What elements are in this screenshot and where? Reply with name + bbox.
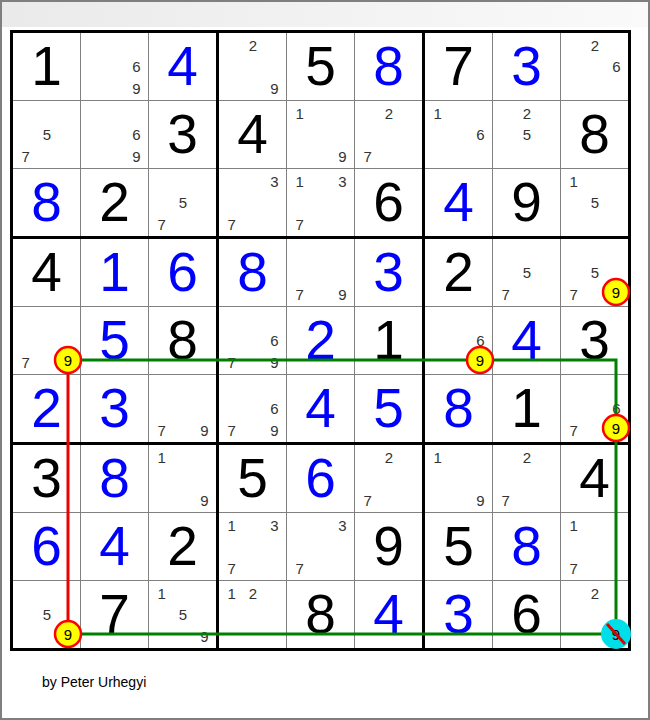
candidate-7: 7 <box>495 490 516 511</box>
candidate-1: 1 <box>221 583 242 604</box>
candidate-6: 6 <box>606 398 627 419</box>
cell-candidates: 26 <box>561 33 628 100</box>
cell-r8c1[interactable]: 6 <box>13 513 80 580</box>
cell-r3c5[interactable]: 137 <box>287 169 354 236</box>
given-value: 5 <box>287 33 354 100</box>
candidate-9: 9 <box>470 490 491 511</box>
candidate-3: 3 <box>332 171 353 192</box>
given-value: 2 <box>425 239 492 306</box>
candidate-7: 7 <box>495 284 516 305</box>
candidate-1: 1 <box>563 515 584 536</box>
cell-r7c3[interactable]: 19 <box>149 445 216 512</box>
cell-candidates: 137 <box>219 513 286 580</box>
cell-r1c7[interactable]: 7 <box>425 33 492 100</box>
cell-candidates: 57 <box>493 239 560 306</box>
candidate-5: 5 <box>516 262 537 283</box>
cell-r5c4[interactable]: 679 <box>219 307 286 374</box>
given-value: 9 <box>493 169 560 236</box>
cell-r8c2[interactable]: 4 <box>81 513 148 580</box>
candidate-6: 6 <box>126 124 147 145</box>
candidate-9: 9 <box>606 420 627 441</box>
candidate-3: 3 <box>264 171 285 192</box>
cell-r9c2[interactable]: 7 <box>81 581 148 648</box>
candidate-7: 7 <box>289 558 310 579</box>
cell-r1c8[interactable]: 3 <box>493 33 560 100</box>
candidate-2: 2 <box>378 103 399 124</box>
cell-r4c2[interactable]: 1 <box>81 239 148 306</box>
candidate-5: 5 <box>172 192 193 213</box>
cell-r5c8[interactable]: 4 <box>493 307 560 374</box>
cell-candidates: 17 <box>561 513 628 580</box>
candidate-7: 7 <box>151 214 172 235</box>
cell-candidates: 27 <box>355 101 422 168</box>
cell-r2c4[interactable]: 4 <box>219 101 286 168</box>
candidate-3: 3 <box>264 515 285 536</box>
cell-r9c4[interactable]: 12 <box>219 581 286 648</box>
cell-r5c1[interactable]: 79 <box>13 307 80 374</box>
candidate-9: 9 <box>606 284 627 305</box>
solved-value: 3 <box>81 375 148 442</box>
cell-candidates: 29 <box>219 33 286 100</box>
candidate-1: 1 <box>427 447 448 468</box>
candidate-9: 9 <box>332 146 353 167</box>
cell-candidates: 69 <box>425 307 492 374</box>
cell-r2c1[interactable]: 57 <box>13 101 80 168</box>
given-value: 1 <box>13 33 80 100</box>
candidate-1: 1 <box>289 171 310 192</box>
candidate-7: 7 <box>563 558 584 579</box>
candidate-7: 7 <box>15 146 36 167</box>
cell-candidates: 679 <box>561 375 628 442</box>
cell-r9c7[interactable]: 3 <box>425 581 492 648</box>
solved-value: 3 <box>425 581 492 648</box>
cell-r3c2[interactable]: 2 <box>81 169 148 236</box>
cell-r9c3[interactable]: 159 <box>149 581 216 648</box>
solved-value: 1 <box>81 239 148 306</box>
candidate-5: 5 <box>516 124 537 145</box>
cell-r5c7[interactable]: 69 <box>425 307 492 374</box>
cell-candidates: 159 <box>149 581 216 648</box>
given-value: 9 <box>355 513 422 580</box>
cell-r8c8[interactable]: 8 <box>493 513 560 580</box>
solved-value: 4 <box>355 581 422 648</box>
candidate-1: 1 <box>289 103 310 124</box>
cell-r3c7[interactable]: 4 <box>425 169 492 236</box>
candidate-6: 6 <box>470 124 491 145</box>
cell-r1c1[interactable]: 1 <box>13 33 80 100</box>
candidate-2: 2 <box>516 447 537 468</box>
given-value: 6 <box>493 581 560 648</box>
cell-r1c5[interactable]: 5 <box>287 33 354 100</box>
solved-value: 4 <box>287 375 354 442</box>
box-divider-horizontal <box>13 442 628 445</box>
given-value: 7 <box>425 33 492 100</box>
cell-candidates: 25 <box>493 101 560 168</box>
candidate-6: 6 <box>126 56 147 77</box>
cell-r4c5[interactable]: 79 <box>287 239 354 306</box>
title-bar <box>2 2 648 27</box>
given-value: 7 <box>81 581 148 648</box>
candidate-6: 6 <box>470 330 491 351</box>
candidate-5: 5 <box>584 262 605 283</box>
cell-r6c7[interactable]: 8 <box>425 375 492 442</box>
cell-r3c3[interactable]: 57 <box>149 169 216 236</box>
box-divider-vertical <box>216 33 219 648</box>
candidate-9: 9 <box>58 626 79 647</box>
cell-r2c8[interactable]: 25 <box>493 101 560 168</box>
cell-r3c4[interactable]: 37 <box>219 169 286 236</box>
cell-r1c6[interactable]: 8 <box>355 33 422 100</box>
cell-r8c3[interactable]: 2 <box>149 513 216 580</box>
given-value: 4 <box>13 239 80 306</box>
candidate-9: 9 <box>264 420 285 441</box>
candidate-3: 3 <box>332 515 353 536</box>
cell-r6c6[interactable]: 5 <box>355 375 422 442</box>
cell-r4c9[interactable]: 579 <box>561 239 628 306</box>
cell-candidates: 37 <box>219 169 286 236</box>
solved-value: 4 <box>149 33 216 100</box>
cell-r4c7[interactable]: 2 <box>425 239 492 306</box>
cell-r2c6[interactable]: 27 <box>355 101 422 168</box>
candidate-1: 1 <box>563 171 584 192</box>
solved-value: 5 <box>81 307 148 374</box>
cell-candidates: 69 <box>81 33 148 100</box>
cell-r9c8[interactable]: 6 <box>493 581 560 648</box>
candidate-2: 2 <box>378 447 399 468</box>
cell-r7c4[interactable]: 5 <box>219 445 286 512</box>
candidate-9: 9 <box>194 626 215 647</box>
cell-candidates: 57 <box>149 169 216 236</box>
solved-value: 2 <box>13 375 80 442</box>
given-value: 3 <box>149 101 216 168</box>
cell-candidates: 679 <box>219 307 286 374</box>
cell-r1c2[interactable]: 69 <box>81 33 148 100</box>
cell-r8c9[interactable]: 17 <box>561 513 628 580</box>
candidate-7: 7 <box>563 420 584 441</box>
candidate-9: 9 <box>264 352 285 373</box>
cell-r6c2[interactable]: 3 <box>81 375 148 442</box>
cell-r5c3[interactable]: 8 <box>149 307 216 374</box>
given-value: 2 <box>81 169 148 236</box>
candidate-9: 9 <box>126 78 147 99</box>
candidate-9: 9 <box>126 146 147 167</box>
candidate-7: 7 <box>221 352 242 373</box>
solved-value: 8 <box>219 239 286 306</box>
cell-candidates: 19 <box>425 445 492 512</box>
candidate-7: 7 <box>151 420 172 441</box>
candidate-2: 2 <box>242 583 263 604</box>
cell-candidates: 79 <box>287 239 354 306</box>
solved-value: 8 <box>425 375 492 442</box>
cell-candidates: 59 <box>13 581 80 648</box>
solved-value: 8 <box>355 33 422 100</box>
solved-value: 5 <box>355 375 422 442</box>
candidate-1: 1 <box>427 103 448 124</box>
solved-value: 2 <box>287 307 354 374</box>
cell-r6c3[interactable]: 79 <box>149 375 216 442</box>
cell-candidates: 15 <box>561 169 628 236</box>
candidate-9: 9 <box>264 78 285 99</box>
cell-r6c4[interactable]: 679 <box>219 375 286 442</box>
cell-candidates: 16 <box>425 101 492 168</box>
candidate-9: 9 <box>194 490 215 511</box>
candidate-7: 7 <box>357 146 378 167</box>
candidate-9: 9 <box>606 626 627 647</box>
cell-r5c5[interactable]: 2 <box>287 307 354 374</box>
author-credit: by Peter Urhegyi <box>42 674 146 690</box>
candidate-5: 5 <box>36 604 57 625</box>
candidate-2: 2 <box>516 103 537 124</box>
candidate-7: 7 <box>357 490 378 511</box>
solved-value: 6 <box>287 445 354 512</box>
cell-candidates: 79 <box>13 307 80 374</box>
box-divider-horizontal <box>13 236 628 239</box>
solved-value: 3 <box>355 239 422 306</box>
given-value: 3 <box>561 307 628 374</box>
cell-candidates: 679 <box>219 375 286 442</box>
cell-r3c9[interactable]: 15 <box>561 169 628 236</box>
cell-r9c6[interactable]: 4 <box>355 581 422 648</box>
candidate-9: 9 <box>194 420 215 441</box>
cell-r4c8[interactable]: 57 <box>493 239 560 306</box>
given-value: 5 <box>219 445 286 512</box>
given-value: 8 <box>561 101 628 168</box>
sudoku-app-window: 1694295873265769341927162588257371376491… <box>0 0 650 720</box>
candidate-1: 1 <box>151 583 172 604</box>
solved-value: 4 <box>493 307 560 374</box>
solved-value: 8 <box>13 169 80 236</box>
given-value: 6 <box>355 169 422 236</box>
candidate-2: 2 <box>242 35 263 56</box>
given-value: 3 <box>13 445 80 512</box>
cell-r3c6[interactable]: 6 <box>355 169 422 236</box>
candidate-7: 7 <box>289 284 310 305</box>
candidate-9: 9 <box>470 352 491 373</box>
candidate-7: 7 <box>563 284 584 305</box>
candidate-9: 9 <box>58 352 79 373</box>
cell-r6c8[interactable]: 1 <box>493 375 560 442</box>
cell-candidates: 79 <box>149 375 216 442</box>
candidate-7: 7 <box>221 558 242 579</box>
given-value: 5 <box>425 513 492 580</box>
cell-r5c9[interactable]: 3 <box>561 307 628 374</box>
cell-r4c6[interactable]: 3 <box>355 239 422 306</box>
candidate-1: 1 <box>221 515 242 536</box>
cell-r7c1[interactable]: 3 <box>13 445 80 512</box>
cell-r1c3[interactable]: 4 <box>149 33 216 100</box>
cell-r7c5[interactable]: 6 <box>287 445 354 512</box>
cell-candidates: 19 <box>149 445 216 512</box>
solved-value: 8 <box>81 445 148 512</box>
given-value: 1 <box>493 375 560 442</box>
cell-r6c1[interactable]: 2 <box>13 375 80 442</box>
candidate-5: 5 <box>584 192 605 213</box>
given-value: 8 <box>149 307 216 374</box>
cell-candidates: 57 <box>13 101 80 168</box>
cell-r3c1[interactable]: 8 <box>13 169 80 236</box>
cell-r8c4[interactable]: 137 <box>219 513 286 580</box>
cell-candidates: 137 <box>287 169 354 236</box>
cell-candidates: 19 <box>287 101 354 168</box>
cell-r2c9[interactable]: 8 <box>561 101 628 168</box>
candidate-6: 6 <box>264 398 285 419</box>
cell-candidates: 27 <box>355 445 422 512</box>
cell-r6c5[interactable]: 4 <box>287 375 354 442</box>
given-value: 4 <box>561 445 628 512</box>
cell-r9c1[interactable]: 59 <box>13 581 80 648</box>
cell-r1c4[interactable]: 29 <box>219 33 286 100</box>
cell-r4c1[interactable]: 4 <box>13 239 80 306</box>
sudoku-board: 1694295873265769341927162588257371376491… <box>10 30 631 651</box>
cell-candidates: 29 <box>561 581 628 648</box>
cell-r5c6[interactable]: 1 <box>355 307 422 374</box>
cell-r8c5[interactable]: 37 <box>287 513 354 580</box>
cell-r2c5[interactable]: 19 <box>287 101 354 168</box>
given-value: 2 <box>149 513 216 580</box>
cell-r1c9[interactable]: 26 <box>561 33 628 100</box>
cell-r2c2[interactable]: 69 <box>81 101 148 168</box>
cell-r4c3[interactable]: 6 <box>149 239 216 306</box>
cell-r3c8[interactable]: 9 <box>493 169 560 236</box>
solved-value: 3 <box>493 33 560 100</box>
candidate-1: 1 <box>151 447 172 468</box>
cell-r7c7[interactable]: 19 <box>425 445 492 512</box>
candidate-9: 9 <box>332 284 353 305</box>
cell-candidates: 37 <box>287 513 354 580</box>
cell-r8c7[interactable]: 5 <box>425 513 492 580</box>
cell-candidates: 12 <box>219 581 286 648</box>
candidate-6: 6 <box>606 56 627 77</box>
candidate-7: 7 <box>289 214 310 235</box>
cell-r8c6[interactable]: 9 <box>355 513 422 580</box>
candidate-5: 5 <box>36 124 57 145</box>
cell-candidates: 69 <box>81 101 148 168</box>
candidate-2: 2 <box>584 35 605 56</box>
given-value: 8 <box>287 581 354 648</box>
cell-r6c9[interactable]: 679 <box>561 375 628 442</box>
cell-candidates: 579 <box>561 239 628 306</box>
candidate-7: 7 <box>15 352 36 373</box>
solved-value: 6 <box>149 239 216 306</box>
cell-r2c7[interactable]: 16 <box>425 101 492 168</box>
cell-candidates: 27 <box>493 445 560 512</box>
candidate-7: 7 <box>221 420 242 441</box>
cell-r7c6[interactable]: 27 <box>355 445 422 512</box>
cell-r4c4[interactable]: 8 <box>219 239 286 306</box>
cell-r2c3[interactable]: 3 <box>149 101 216 168</box>
given-value: 1 <box>355 307 422 374</box>
solved-value: 8 <box>493 513 560 580</box>
candidate-6: 6 <box>264 330 285 351</box>
solved-value: 6 <box>13 513 80 580</box>
candidate-2: 2 <box>584 583 605 604</box>
cell-r7c8[interactable]: 27 <box>493 445 560 512</box>
cell-r7c2[interactable]: 8 <box>81 445 148 512</box>
cell-r9c9[interactable]: 29 <box>561 581 628 648</box>
cell-r7c9[interactable]: 4 <box>561 445 628 512</box>
cell-r5c2[interactable]: 5 <box>81 307 148 374</box>
solved-value: 4 <box>425 169 492 236</box>
solved-value: 4 <box>81 513 148 580</box>
candidate-5: 5 <box>172 604 193 625</box>
given-value: 4 <box>219 101 286 168</box>
candidate-7: 7 <box>221 214 242 235</box>
cell-r9c5[interactable]: 8 <box>287 581 354 648</box>
box-divider-vertical <box>422 33 425 648</box>
